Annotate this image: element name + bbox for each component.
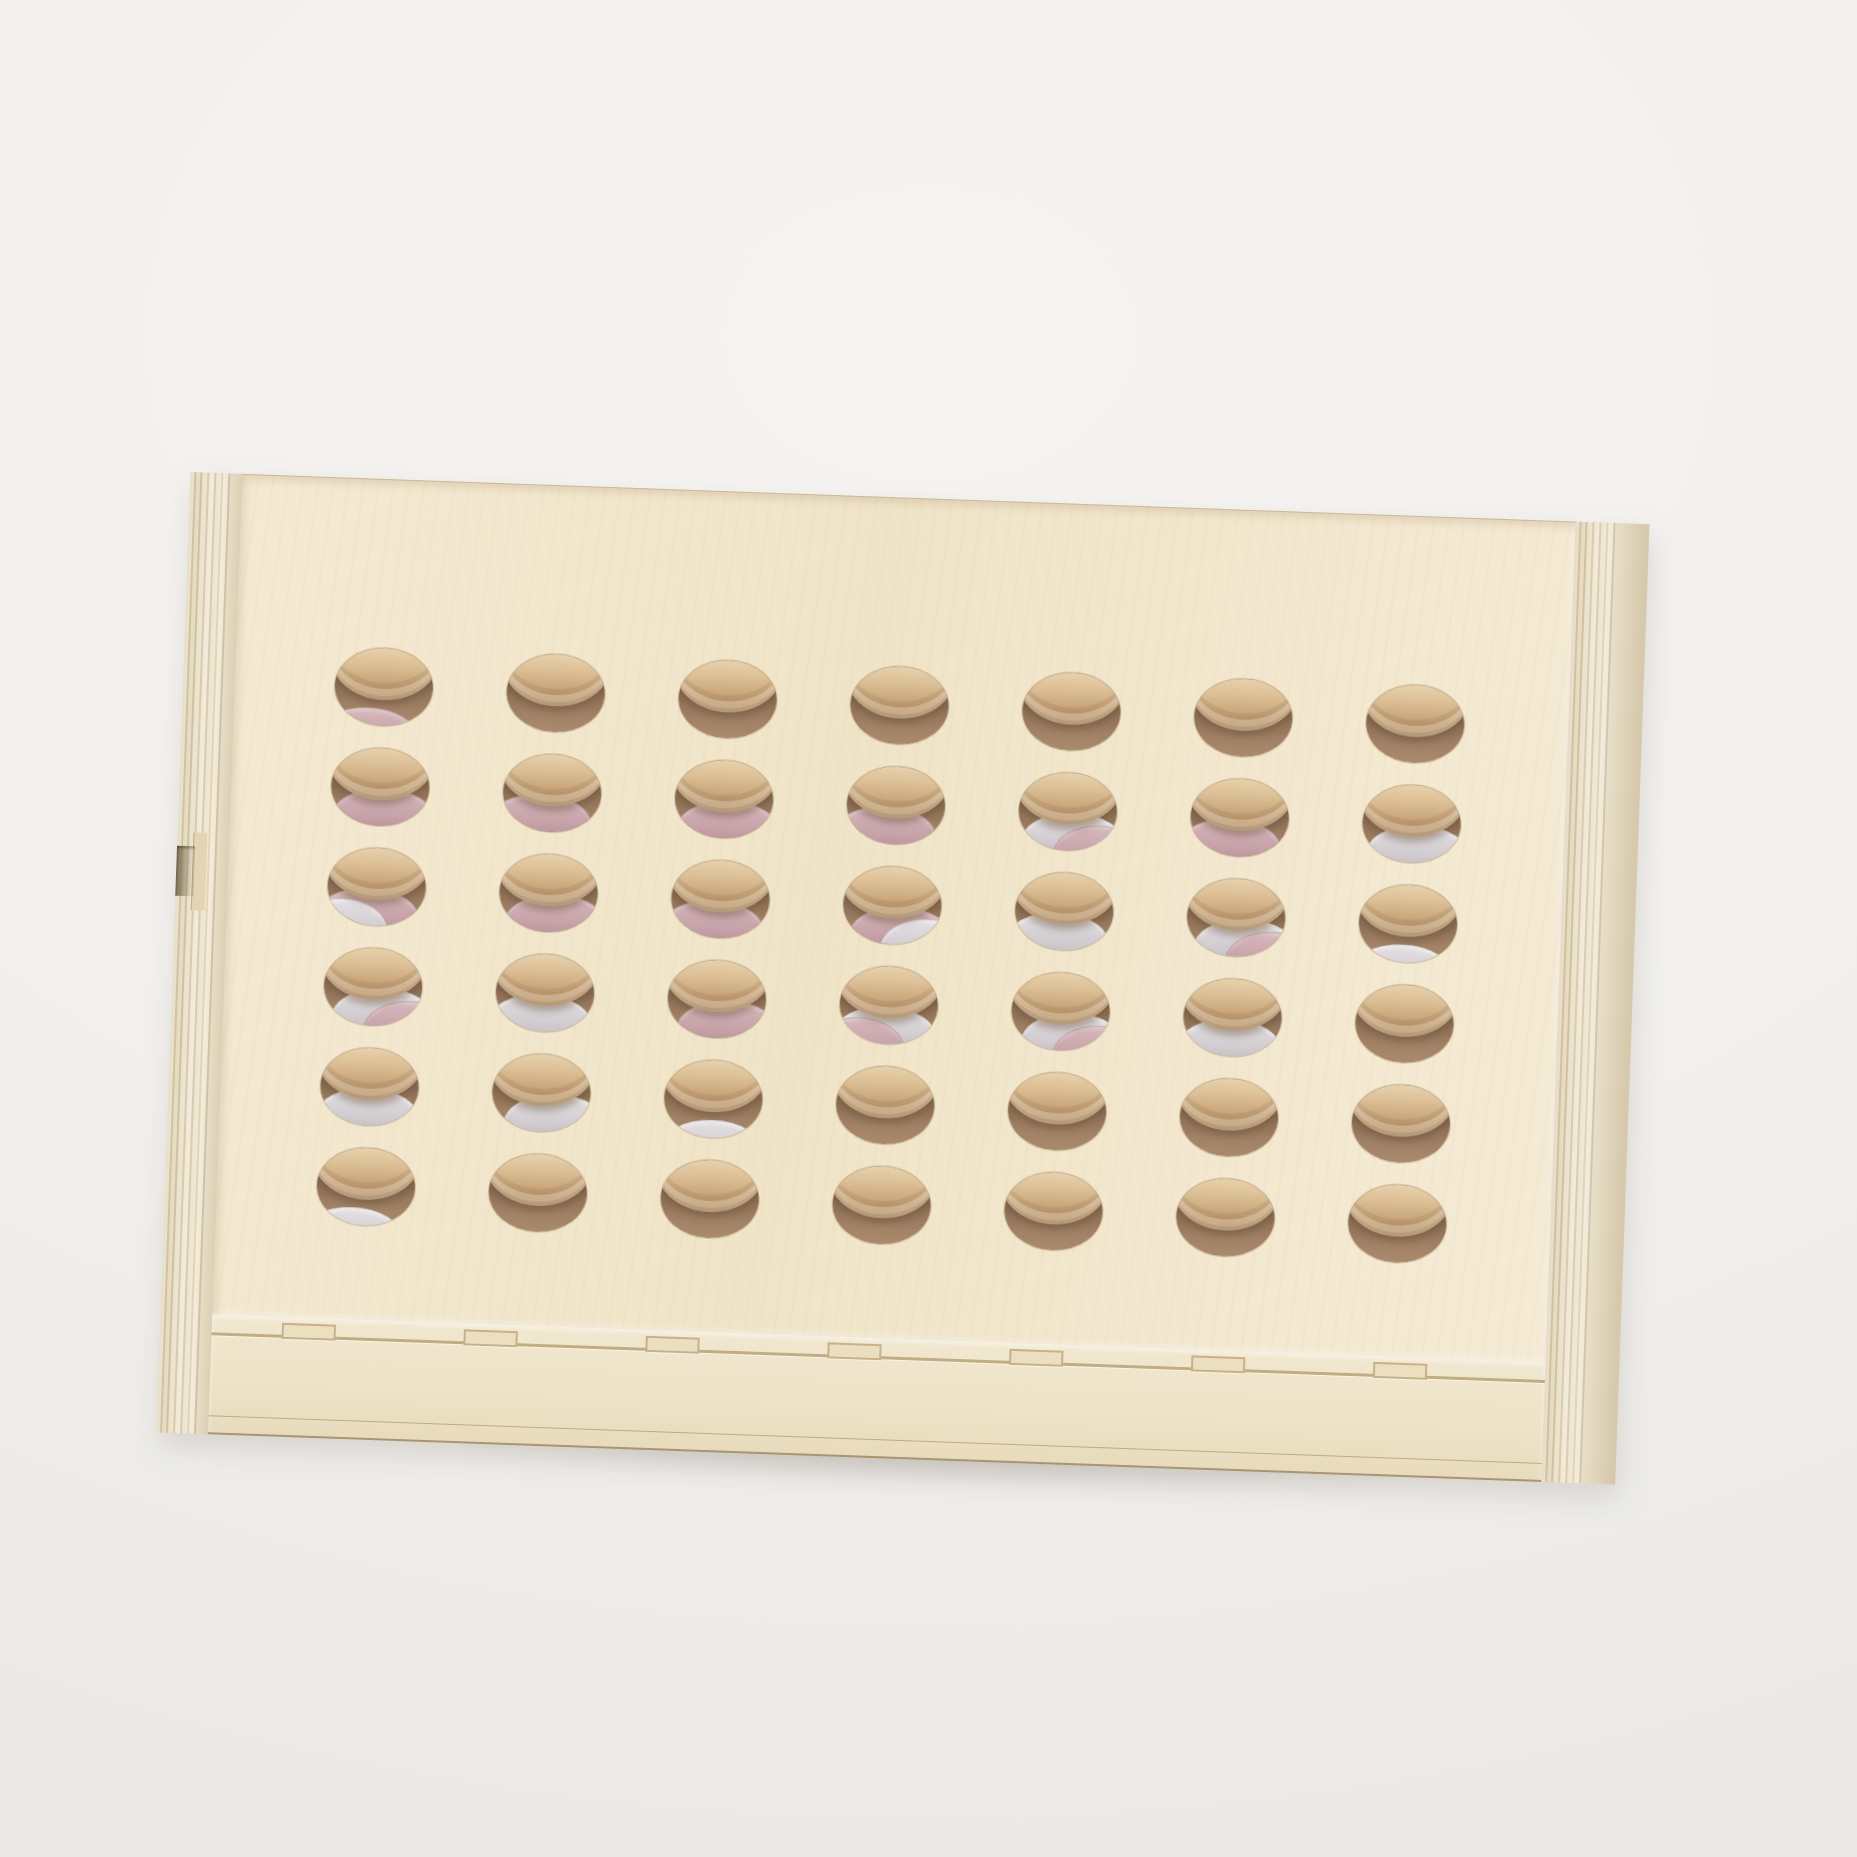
front-seam-notch	[645, 1336, 700, 1354]
hole-countersink-wall	[677, 659, 778, 715]
hole-countersink-wall	[663, 1058, 764, 1114]
hole-countersink-wall	[505, 652, 606, 708]
front-seam-notch	[1009, 1349, 1064, 1367]
lid-panel	[212, 474, 1575, 1362]
hole-r2-c6	[1189, 777, 1290, 858]
hole-r2-c4	[846, 765, 947, 846]
hole-countersink-wall	[1358, 883, 1459, 939]
front-seam-notch	[281, 1323, 336, 1341]
hole-r6-c1	[316, 1146, 417, 1227]
hole-countersink-wall	[835, 1065, 936, 1121]
hole-countersink-wall	[487, 1152, 588, 1208]
hole-r3-c4	[842, 865, 943, 946]
hole-countersink-wall	[831, 1164, 932, 1220]
hole-countersink-wall	[849, 665, 950, 721]
hole-countersink-wall	[1003, 1171, 1104, 1227]
hole-r5-c7	[1351, 1083, 1452, 1164]
white-disc	[663, 1118, 764, 1140]
hole-r6-c2	[487, 1152, 588, 1233]
hole-countersink-wall	[1193, 677, 1294, 733]
hole-r1-c2	[505, 652, 606, 733]
front-seam-notch	[1191, 1355, 1246, 1373]
hole-r5-c5	[1007, 1071, 1108, 1152]
white-disc	[1358, 943, 1455, 965]
hole-r1-c3	[677, 659, 778, 740]
hole-r5-c4	[835, 1065, 936, 1146]
front-seam-notch	[827, 1342, 882, 1360]
hole-r2-c2	[502, 752, 603, 833]
hole-r6-c5	[1003, 1171, 1104, 1252]
hole-r5-c6	[1179, 1077, 1280, 1158]
hole-r3-c6	[1186, 877, 1287, 958]
front-seam-notch	[463, 1329, 518, 1347]
hole-r2-c7	[1361, 783, 1462, 864]
hole-r4-c7	[1354, 983, 1455, 1064]
hole-countersink-wall	[1351, 1083, 1452, 1139]
hole-r4-c4	[838, 965, 939, 1046]
hole-r4-c1	[323, 946, 424, 1027]
hole-r1-c5	[1021, 671, 1122, 752]
white-disc	[316, 1205, 405, 1227]
hole-countersink-wall	[1021, 671, 1122, 727]
hole-countersink-wall	[1365, 683, 1466, 739]
hole-r1-c6	[1193, 677, 1294, 758]
hole-r3-c2	[498, 852, 599, 933]
hole-r6-c3	[659, 1158, 760, 1239]
hole-r1-c4	[849, 665, 950, 746]
front-seam-notch	[1373, 1362, 1428, 1380]
pink-disc	[333, 706, 420, 728]
hole-countersink-wall	[330, 746, 431, 802]
hole-countersink-wall	[1179, 1077, 1280, 1133]
hole-r5-c1	[319, 1046, 420, 1127]
hole-r4-c6	[1182, 977, 1283, 1058]
hole-r2-c1	[330, 746, 431, 827]
hole-countersink-wall	[1175, 1177, 1276, 1233]
hole-r3-c3	[670, 858, 771, 939]
hole-r3-c5	[1014, 871, 1115, 952]
hole-countersink-wall	[1017, 771, 1118, 827]
hole-r4-c2	[495, 952, 596, 1033]
hole-r1-c7	[1365, 683, 1466, 764]
hole-countersink-wall	[1007, 1071, 1108, 1127]
hole-r6-c6	[1175, 1177, 1276, 1258]
hole-countersink-wall	[1354, 983, 1455, 1039]
hole-r1-c1	[333, 646, 434, 727]
hole-grid	[316, 646, 1466, 1264]
hole-r5-c2	[491, 1052, 592, 1133]
hole-r4-c3	[667, 958, 768, 1039]
lid-slide-slot	[175, 846, 195, 897]
hole-r6-c7	[1347, 1183, 1448, 1264]
hole-r6-c4	[831, 1164, 932, 1245]
hole-r3-c7	[1358, 883, 1459, 964]
hole-countersink-wall	[1347, 1183, 1448, 1239]
connect-four-box	[156, 428, 1651, 1485]
hole-r2-c5	[1017, 771, 1118, 852]
hole-r5-c3	[663, 1058, 764, 1139]
hole-r3-c1	[326, 846, 427, 927]
hole-countersink-wall	[333, 646, 434, 702]
hole-countersink-wall	[659, 1158, 760, 1214]
hole-r2-c3	[674, 759, 775, 840]
hole-countersink-wall	[674, 759, 775, 815]
hole-r4-c5	[1010, 971, 1111, 1052]
hole-countersink-wall	[316, 1146, 417, 1202]
